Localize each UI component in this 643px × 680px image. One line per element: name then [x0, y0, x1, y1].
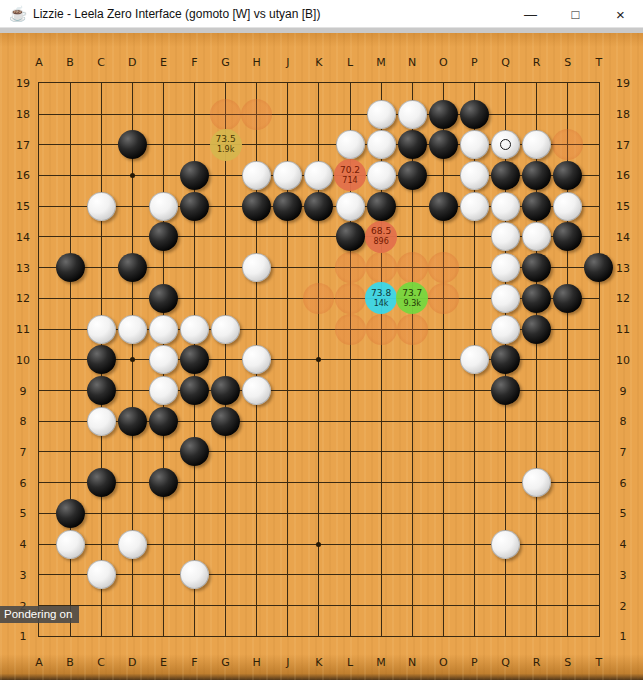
stone-white-Q4	[491, 530, 520, 559]
coord-label-top: T	[595, 56, 602, 69]
coord-label-left: 3	[20, 568, 27, 581]
coord-label-bottom: F	[191, 656, 197, 669]
stone-black-F9	[180, 376, 209, 405]
go-board[interactable]: AABBCCDDEEFFGGHHJJKKLLMMNNOOPPQQRRSSTT19…	[0, 33, 643, 680]
coord-label-left: 1	[20, 630, 27, 643]
stone-white-H9	[242, 376, 271, 405]
stone-black-R11	[522, 315, 551, 344]
stone-black-D8	[118, 407, 147, 436]
coord-label-right: 5	[620, 507, 627, 520]
java-app-icon: ☕	[7, 0, 29, 28]
coord-label-right: 8	[620, 415, 627, 428]
candidate-move-H18[interactable]	[241, 99, 272, 130]
coord-label-left: 15	[16, 200, 30, 213]
stone-black-L14	[336, 222, 365, 251]
suggestion-visits: 714	[342, 176, 357, 185]
candidate-move-N13[interactable]	[397, 252, 428, 283]
candidate-move-M11[interactable]	[366, 314, 397, 345]
coord-label-right: 3	[620, 568, 627, 581]
coord-label-left: 7	[20, 445, 27, 458]
stone-white-C3	[87, 560, 116, 589]
maximize-button[interactable]: □	[553, 0, 598, 28]
coord-label-right: 17	[616, 138, 630, 151]
suggestion-visits: 14k	[374, 299, 389, 308]
candidate-move-K12[interactable]	[303, 283, 334, 314]
coord-label-bottom: G	[221, 656, 230, 669]
stone-white-L17	[336, 130, 365, 159]
coord-label-left: 18	[16, 108, 30, 121]
stone-white-E10	[149, 345, 178, 374]
coord-label-right: 10	[616, 353, 630, 366]
stone-black-D13	[118, 253, 147, 282]
coord-label-bottom: J	[286, 656, 289, 669]
coord-label-bottom: A	[35, 656, 43, 669]
coord-label-top: D	[128, 56, 136, 69]
coord-label-bottom: H	[253, 656, 261, 669]
stone-black-G8	[211, 407, 240, 436]
coord-label-top: G	[221, 56, 230, 69]
coord-label-bottom: P	[471, 656, 478, 669]
stone-white-D11	[118, 315, 147, 344]
coord-label-left: 10	[16, 353, 30, 366]
stone-black-E8	[149, 407, 178, 436]
candidate-move-O13[interactable]	[428, 252, 459, 283]
stone-black-Q16	[491, 161, 520, 190]
stone-white-L15	[336, 192, 365, 221]
coord-label-left: 16	[16, 169, 30, 182]
stone-black-R15	[522, 192, 551, 221]
coord-label-bottom: C	[97, 656, 105, 669]
coord-label-top: P	[471, 56, 478, 69]
coord-label-bottom: M	[376, 656, 386, 669]
coord-label-bottom: K	[315, 656, 322, 669]
window-controls: — □ ×	[508, 0, 643, 28]
coord-label-left: 8	[20, 415, 27, 428]
suggestion-winrate: 68.5	[371, 227, 391, 236]
star-point	[130, 173, 135, 178]
stone-black-S12	[553, 284, 582, 313]
candidate-move-L13[interactable]	[335, 252, 366, 283]
coord-label-top: H	[253, 56, 261, 69]
stone-black-D17	[118, 130, 147, 159]
stone-black-R12	[522, 284, 551, 313]
stone-white-E11	[149, 315, 178, 344]
coord-label-bottom: S	[564, 656, 571, 669]
stone-white-C11	[87, 315, 116, 344]
stone-white-N18	[398, 100, 427, 129]
coord-label-top: S	[564, 56, 571, 69]
coord-label-top: L	[347, 56, 353, 69]
stone-black-G9	[211, 376, 240, 405]
coord-label-right: 2	[620, 599, 627, 612]
stone-white-E15	[149, 192, 178, 221]
stone-black-B13	[56, 253, 85, 282]
coord-label-right: 19	[616, 77, 630, 90]
coord-label-bottom: T	[595, 656, 602, 669]
candidate-move-M13[interactable]	[366, 252, 397, 283]
suggestion-visits: 9.3k	[404, 299, 421, 308]
suggestion-M14[interactable]: 68.5896	[365, 221, 397, 253]
stone-white-M17	[367, 130, 396, 159]
coord-label-top: M	[376, 56, 386, 69]
stone-black-O15	[429, 192, 458, 221]
stone-black-R16	[522, 161, 551, 190]
stone-white-F11	[180, 315, 209, 344]
coord-label-right: 13	[616, 261, 630, 274]
coord-label-bottom: L	[347, 656, 353, 669]
coord-label-top: Q	[501, 56, 510, 69]
coord-label-top: A	[35, 56, 43, 69]
coord-label-left: 17	[16, 138, 30, 151]
coord-label-right: 6	[620, 476, 627, 489]
coord-label-right: 15	[616, 200, 630, 213]
coord-label-top: F	[191, 56, 197, 69]
coord-label-right: 7	[620, 445, 627, 458]
stone-white-P15	[460, 192, 489, 221]
stone-white-G11	[211, 315, 240, 344]
stone-black-J15	[273, 192, 302, 221]
candidate-move-N11[interactable]	[397, 314, 428, 345]
coord-label-left: 4	[20, 538, 27, 551]
coord-label-top: O	[439, 56, 448, 69]
candidate-move-G18[interactable]	[210, 99, 241, 130]
coord-label-left: 19	[16, 77, 30, 90]
window-title: Lizzie - Leela Zero Interface (gomoto [W…	[33, 7, 320, 21]
stone-white-M18	[367, 100, 396, 129]
stone-white-C8	[87, 407, 116, 436]
coord-label-right: 18	[616, 108, 630, 121]
coord-label-top: N	[408, 56, 416, 69]
coord-label-bottom: O	[439, 656, 448, 669]
stone-white-C15	[87, 192, 116, 221]
candidate-move-L11[interactable]	[335, 314, 366, 345]
stone-black-E6	[149, 468, 178, 497]
minimize-button[interactable]: —	[508, 0, 553, 28]
coord-label-left: 5	[20, 507, 27, 520]
close-button[interactable]: ×	[598, 0, 643, 28]
coord-label-left: 12	[16, 292, 30, 305]
stone-white-H16	[242, 161, 271, 190]
coord-label-bottom: E	[160, 656, 167, 669]
coord-label-bottom: Q	[501, 656, 510, 669]
coord-label-right: 4	[620, 538, 627, 551]
stone-black-E12	[149, 284, 178, 313]
suggestion-winrate: 73.5	[216, 135, 236, 144]
stone-black-Q9	[491, 376, 520, 405]
coord-label-right: 16	[616, 169, 630, 182]
coord-label-right: 9	[620, 384, 627, 397]
stone-black-F15	[180, 192, 209, 221]
suggestion-G17[interactable]: 73.51.9k	[210, 129, 242, 161]
stone-black-O17	[429, 130, 458, 159]
coord-label-left: 9	[20, 384, 27, 397]
stone-black-B5	[56, 499, 85, 528]
stone-black-O18	[429, 100, 458, 129]
stone-white-E9	[149, 376, 178, 405]
stone-white-P16	[460, 161, 489, 190]
stone-white-P10	[460, 345, 489, 374]
stone-white-Q11	[491, 315, 520, 344]
coord-label-bottom: B	[66, 656, 74, 669]
coord-label-bottom: D	[128, 656, 136, 669]
coord-label-top: E	[160, 56, 167, 69]
stone-black-S16	[553, 161, 582, 190]
coord-label-bottom: N	[408, 656, 416, 669]
coord-label-right: 11	[616, 323, 630, 336]
suggestion-visits: 1.9k	[217, 145, 234, 154]
stone-white-Q12	[491, 284, 520, 313]
suggestion-winrate: 73.7	[402, 289, 422, 298]
coord-label-right: 14	[616, 230, 630, 243]
stone-black-T13	[584, 253, 613, 282]
stone-white-B4	[56, 530, 85, 559]
coord-label-left: 11	[16, 323, 30, 336]
stone-black-P18	[460, 100, 489, 129]
stone-white-P17	[460, 130, 489, 159]
suggestion-visits: 896	[373, 237, 388, 246]
stone-black-C9	[87, 376, 116, 405]
stone-black-R13	[522, 253, 551, 282]
coord-label-bottom: R	[533, 656, 541, 669]
coord-label-left: 6	[20, 476, 27, 489]
coord-label-top: B	[66, 56, 74, 69]
coord-label-top: R	[533, 56, 541, 69]
stone-black-H15	[242, 192, 271, 221]
stone-white-D4	[118, 530, 147, 559]
candidate-move-L12[interactable]	[335, 283, 366, 314]
stone-white-Q13	[491, 253, 520, 282]
suggestion-winrate: 70.2	[340, 166, 360, 175]
stone-black-M15	[367, 192, 396, 221]
coord-label-top: J	[286, 56, 289, 69]
pondering-status: Pondering on	[0, 606, 79, 623]
stone-black-C10	[87, 345, 116, 374]
stone-white-M16	[367, 161, 396, 190]
coord-label-top: K	[315, 56, 322, 69]
stone-black-K15	[304, 192, 333, 221]
title-bar: ☕ Lizzie - Leela Zero Interface (gomoto …	[0, 0, 643, 28]
coord-label-left: 13	[16, 261, 30, 274]
suggestion-winrate: 73.8	[371, 289, 391, 298]
stone-black-C6	[87, 468, 116, 497]
stone-white-S15	[553, 192, 582, 221]
coord-label-right: 12	[616, 292, 630, 305]
coord-label-left: 14	[16, 230, 30, 243]
stone-black-F16	[180, 161, 209, 190]
stone-black-N16	[398, 161, 427, 190]
candidate-move-O12[interactable]	[428, 283, 459, 314]
stone-black-N17	[398, 130, 427, 159]
coord-label-top: C	[97, 56, 105, 69]
coord-label-right: 1	[620, 630, 627, 643]
stone-white-Q15	[491, 192, 520, 221]
